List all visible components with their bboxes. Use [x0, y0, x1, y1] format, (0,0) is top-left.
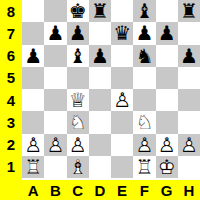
white-piece-outline: ♘ — [67, 111, 89, 133]
piece-white-pawn: ♟♙ — [156, 134, 178, 156]
piece-black-knight: ♞ — [133, 45, 155, 67]
chess-board: 8♚♜♝♜7♟♟♛♟♟6♟♝♟♞♟54♛♕♟♙3♞♘♞♘2♟♙♟♙♟♙♟♙♟♙♟… — [0, 0, 200, 200]
white-piece-outline: ♙ — [44, 134, 66, 156]
piece-white-bishop: ♝♗ — [67, 156, 89, 178]
square-f8[interactable]: ♝ — [133, 0, 155, 22]
white-piece-outline: ♙ — [133, 134, 155, 156]
square-h5[interactable] — [178, 67, 200, 89]
white-piece-outline: ♕ — [67, 89, 89, 111]
white-piece-outline: ♔ — [156, 156, 178, 178]
file-label-a: A — [22, 178, 44, 200]
square-g3[interactable] — [156, 111, 178, 133]
white-piece-outline: ♖ — [133, 156, 155, 178]
white-piece-outline: ♙ — [22, 134, 44, 156]
piece-white-king: ♚♔ — [156, 156, 178, 178]
white-piece-outline: ♖ — [22, 156, 44, 178]
square-d6[interactable]: ♟ — [89, 45, 111, 67]
square-d2[interactable] — [89, 134, 111, 156]
square-b6[interactable] — [44, 45, 66, 67]
square-a4[interactable] — [22, 89, 44, 111]
piece-white-pawn: ♟♙ — [22, 134, 44, 156]
square-f4[interactable] — [133, 89, 155, 111]
rank-label-5: 5 — [0, 67, 22, 89]
square-h2[interactable]: ♟♙ — [178, 134, 200, 156]
piece-white-pawn: ♟♙ — [178, 134, 200, 156]
square-d1[interactable] — [89, 156, 111, 178]
piece-black-bishop: ♝ — [133, 0, 155, 22]
square-c7[interactable]: ♟ — [67, 22, 89, 44]
piece-white-pawn: ♟♙ — [67, 134, 89, 156]
square-g4[interactable] — [156, 89, 178, 111]
square-e2[interactable] — [111, 134, 133, 156]
rank-label-4: 4 — [0, 89, 22, 111]
square-e3[interactable] — [111, 111, 133, 133]
square-g7[interactable]: ♟ — [156, 22, 178, 44]
square-h8[interactable]: ♜ — [178, 0, 200, 22]
square-f5[interactable] — [133, 67, 155, 89]
square-d7[interactable] — [89, 22, 111, 44]
rank-label-6: 6 — [0, 45, 22, 67]
piece-black-pawn: ♟ — [44, 22, 66, 44]
square-f6[interactable]: ♞ — [133, 45, 155, 67]
square-e1[interactable] — [111, 156, 133, 178]
rank-label-2: 2 — [0, 134, 22, 156]
piece-black-rook: ♜ — [178, 0, 200, 22]
piece-black-pawn: ♟ — [178, 45, 200, 67]
file-label-b: B — [44, 178, 66, 200]
square-c2[interactable]: ♟♙ — [67, 134, 89, 156]
white-piece-outline: ♗ — [67, 156, 89, 178]
rank-label-8: 8 — [0, 0, 22, 22]
square-a2[interactable]: ♟♙ — [22, 134, 44, 156]
file-label-e: E — [111, 178, 133, 200]
white-piece-outline: ♙ — [178, 134, 200, 156]
square-e4[interactable]: ♟♙ — [111, 89, 133, 111]
square-b8[interactable] — [44, 0, 66, 22]
square-e5[interactable] — [111, 67, 133, 89]
square-e8[interactable] — [111, 0, 133, 22]
piece-black-rook: ♜ — [89, 0, 111, 22]
square-b7[interactable]: ♟ — [44, 22, 66, 44]
square-a1[interactable]: ♜♖ — [22, 156, 44, 178]
piece-black-bishop: ♝ — [67, 45, 89, 67]
piece-black-pawn: ♟ — [89, 45, 111, 67]
square-e7[interactable]: ♛ — [111, 22, 133, 44]
piece-white-queen: ♛♕ — [67, 89, 89, 111]
square-c3[interactable]: ♞♘ — [67, 111, 89, 133]
square-h6[interactable]: ♟ — [178, 45, 200, 67]
square-a6[interactable]: ♟ — [22, 45, 44, 67]
square-b2[interactable]: ♟♙ — [44, 134, 66, 156]
square-a8[interactable] — [22, 0, 44, 22]
square-c5[interactable] — [67, 67, 89, 89]
square-a5[interactable] — [22, 67, 44, 89]
square-c6[interactable]: ♝ — [67, 45, 89, 67]
piece-white-rook: ♜♖ — [133, 156, 155, 178]
file-label-g: G — [156, 178, 178, 200]
square-a7[interactable] — [22, 22, 44, 44]
square-g1[interactable]: ♚♔ — [156, 156, 178, 178]
square-d8[interactable]: ♜ — [89, 0, 111, 22]
square-d5[interactable] — [89, 67, 111, 89]
square-d3[interactable] — [89, 111, 111, 133]
square-h7[interactable] — [178, 22, 200, 44]
piece-white-knight: ♞♘ — [133, 111, 155, 133]
piece-black-king: ♚ — [67, 0, 89, 22]
square-b1[interactable] — [44, 156, 66, 178]
piece-white-knight: ♞♘ — [67, 111, 89, 133]
piece-black-pawn: ♟ — [156, 22, 178, 44]
square-g5[interactable] — [156, 67, 178, 89]
chess-diagram: 8♚♜♝♜7♟♟♛♟♟6♟♝♟♞♟54♛♕♟♙3♞♘♞♘2♟♙♟♙♟♙♟♙♟♙♟… — [0, 0, 200, 200]
rank-label-3: 3 — [0, 111, 22, 133]
file-label-d: D — [89, 178, 111, 200]
white-piece-outline: ♙ — [67, 134, 89, 156]
square-f3[interactable]: ♞♘ — [133, 111, 155, 133]
square-b4[interactable] — [44, 89, 66, 111]
white-piece-outline: ♘ — [133, 111, 155, 133]
square-h1[interactable] — [178, 156, 200, 178]
square-f1[interactable]: ♜♖ — [133, 156, 155, 178]
square-g8[interactable] — [156, 0, 178, 22]
square-a3[interactable] — [22, 111, 44, 133]
rank-label-7: 7 — [0, 22, 22, 44]
piece-white-pawn: ♟♙ — [111, 89, 133, 111]
square-h3[interactable] — [178, 111, 200, 133]
file-label-c: C — [67, 178, 89, 200]
square-e6[interactable] — [111, 45, 133, 67]
file-label-h: H — [178, 178, 200, 200]
square-b3[interactable] — [44, 111, 66, 133]
piece-black-pawn: ♟ — [67, 22, 89, 44]
square-c4[interactable]: ♛♕ — [67, 89, 89, 111]
square-f2[interactable]: ♟♙ — [133, 134, 155, 156]
corner-label-cell — [0, 178, 22, 200]
square-g2[interactable]: ♟♙ — [156, 134, 178, 156]
white-piece-outline: ♙ — [156, 134, 178, 156]
square-g6[interactable] — [156, 45, 178, 67]
square-f7[interactable]: ♟ — [133, 22, 155, 44]
piece-black-pawn: ♟ — [22, 45, 44, 67]
square-h4[interactable] — [178, 89, 200, 111]
square-b5[interactable] — [44, 67, 66, 89]
piece-black-queen: ♛ — [111, 22, 133, 44]
rank-label-1: 1 — [0, 156, 22, 178]
file-label-f: F — [133, 178, 155, 200]
square-c1[interactable]: ♝♗ — [67, 156, 89, 178]
piece-white-rook: ♜♖ — [22, 156, 44, 178]
square-c8[interactable]: ♚ — [67, 0, 89, 22]
piece-white-pawn: ♟♙ — [133, 134, 155, 156]
piece-black-pawn: ♟ — [133, 22, 155, 44]
piece-white-pawn: ♟♙ — [44, 134, 66, 156]
square-d4[interactable] — [89, 89, 111, 111]
white-piece-outline: ♙ — [111, 89, 133, 111]
